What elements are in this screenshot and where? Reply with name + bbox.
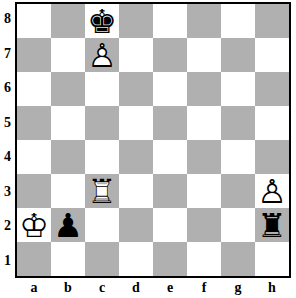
rank-label-8: 8 (0, 2, 15, 37)
square-f5[interactable] (187, 106, 221, 140)
square-d3[interactable] (119, 174, 153, 208)
square-e6[interactable] (153, 72, 187, 106)
square-c8[interactable]: ♚ (85, 4, 119, 38)
square-a1[interactable] (17, 242, 51, 276)
file-label-f: f (187, 278, 221, 298)
piece-outline: ♙ (87, 39, 117, 72)
square-b3[interactable] (51, 174, 85, 208)
square-g3[interactable] (221, 174, 255, 208)
piece-outline: ♖ (87, 175, 117, 208)
square-f6[interactable] (187, 72, 221, 106)
white-king-a2[interactable]: ♚♔ (17, 208, 51, 242)
rank-label-5: 5 (0, 106, 15, 141)
square-g2[interactable] (221, 208, 255, 242)
square-b6[interactable] (51, 72, 85, 106)
rank-label-2: 2 (0, 209, 15, 244)
square-f1[interactable] (187, 242, 221, 276)
rank-label-3: 3 (0, 175, 15, 210)
square-g1[interactable] (221, 242, 255, 276)
square-b7[interactable] (51, 38, 85, 72)
file-label-e: e (153, 278, 187, 298)
square-f4[interactable] (187, 140, 221, 174)
square-a2[interactable]: ♚♔ (17, 208, 51, 242)
file-label-g: g (221, 278, 255, 298)
square-a4[interactable] (17, 140, 51, 174)
square-b8[interactable] (51, 4, 85, 38)
square-d7[interactable] (119, 38, 153, 72)
square-h2[interactable]: ♜ (255, 208, 289, 242)
square-d1[interactable] (119, 242, 153, 276)
rank-label-6: 6 (0, 71, 15, 106)
file-label-b: b (51, 278, 85, 298)
rank-labels: 87654321 (0, 2, 15, 278)
square-g4[interactable] (221, 140, 255, 174)
rank-label-7: 7 (0, 37, 15, 72)
square-e3[interactable] (153, 174, 187, 208)
square-e4[interactable] (153, 140, 187, 174)
file-label-c: c (85, 278, 119, 298)
white-pawn-h3[interactable]: ♟♙ (255, 174, 289, 208)
piece-glyph: ♜ (257, 209, 287, 242)
square-f2[interactable] (187, 208, 221, 242)
square-e2[interactable] (153, 208, 187, 242)
rank-label-1: 1 (0, 244, 15, 279)
square-e7[interactable] (153, 38, 187, 72)
square-c5[interactable] (85, 106, 119, 140)
square-b2[interactable]: ♟ (51, 208, 85, 242)
file-label-d: d (119, 278, 153, 298)
square-c3[interactable]: ♜♖ (85, 174, 119, 208)
square-b5[interactable] (51, 106, 85, 140)
square-b1[interactable] (51, 242, 85, 276)
square-h1[interactable] (255, 242, 289, 276)
square-f7[interactable] (187, 38, 221, 72)
square-c7[interactable]: ♟♙ (85, 38, 119, 72)
square-a7[interactable] (17, 38, 51, 72)
square-h3[interactable]: ♟♙ (255, 174, 289, 208)
piece-outline: ♙ (257, 175, 287, 208)
square-g8[interactable] (221, 4, 255, 38)
square-e8[interactable] (153, 4, 187, 38)
file-label-a: a (17, 278, 51, 298)
square-g5[interactable] (221, 106, 255, 140)
square-h4[interactable] (255, 140, 289, 174)
black-king-c8[interactable]: ♚ (85, 4, 119, 38)
square-b4[interactable] (51, 140, 85, 174)
square-d5[interactable] (119, 106, 153, 140)
square-c6[interactable] (85, 72, 119, 106)
square-f8[interactable] (187, 4, 221, 38)
square-a5[interactable] (17, 106, 51, 140)
file-label-h: h (255, 278, 289, 298)
square-a3[interactable] (17, 174, 51, 208)
piece-outline: ♔ (19, 209, 49, 242)
square-h5[interactable] (255, 106, 289, 140)
piece-glyph: ♟ (53, 209, 83, 242)
square-d2[interactable] (119, 208, 153, 242)
square-a8[interactable] (17, 4, 51, 38)
square-c1[interactable] (85, 242, 119, 276)
white-rook-c3[interactable]: ♜♖ (85, 174, 119, 208)
square-h7[interactable] (255, 38, 289, 72)
square-c4[interactable] (85, 140, 119, 174)
square-a6[interactable] (17, 72, 51, 106)
square-d4[interactable] (119, 140, 153, 174)
square-e1[interactable] (153, 242, 187, 276)
white-pawn-c7[interactable]: ♟♙ (85, 38, 119, 72)
square-e5[interactable] (153, 106, 187, 140)
square-f3[interactable] (187, 174, 221, 208)
square-g6[interactable] (221, 72, 255, 106)
square-h6[interactable] (255, 72, 289, 106)
square-d8[interactable] (119, 4, 153, 38)
square-g7[interactable] (221, 38, 255, 72)
file-labels: abcdefgh (17, 278, 296, 298)
piece-glyph: ♚ (87, 5, 117, 38)
square-c2[interactable] (85, 208, 119, 242)
black-pawn-b2[interactable]: ♟ (51, 208, 85, 242)
square-h8[interactable] (255, 4, 289, 38)
square-d6[interactable] (119, 72, 153, 106)
chess-board: ♚♟♙♜♖♟♙♚♔♟♜ (15, 2, 291, 278)
chess-diagram: 87654321 ♚♟♙♜♖♟♙♚♔♟♜ abcdefgh (0, 0, 296, 298)
black-rook-h2[interactable]: ♜ (255, 208, 289, 242)
rank-label-4: 4 (0, 140, 15, 175)
